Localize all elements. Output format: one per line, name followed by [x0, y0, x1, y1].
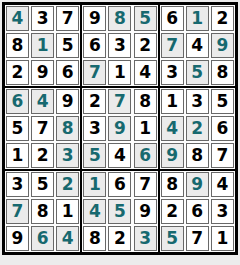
- cell-r5c4[interactable]: 3: [83, 116, 106, 141]
- box-1-2: 985632714: [82, 5, 157, 86]
- cell-r9c9[interactable]: 1: [211, 226, 234, 251]
- cell-r2c2-given: 1: [31, 33, 54, 58]
- cell-r2c8[interactable]: 4: [186, 33, 209, 58]
- cell-r8c6[interactable]: 9: [134, 199, 157, 224]
- cell-r8c3[interactable]: 1: [56, 199, 79, 224]
- cell-r9c6-given: 3: [134, 226, 157, 251]
- box-3-1: 352781964: [5, 171, 80, 252]
- cell-r7c2[interactable]: 5: [31, 172, 54, 197]
- cell-r7c4-given: 1: [83, 172, 106, 197]
- cell-r6c3-given: 3: [56, 143, 79, 168]
- cell-r7c7[interactable]: 8: [161, 172, 184, 197]
- cell-r9c2-given: 6: [31, 226, 54, 251]
- cell-r5c1[interactable]: 5: [6, 116, 29, 141]
- cell-r1c4[interactable]: 9: [83, 6, 106, 31]
- cell-r1c3[interactable]: 7: [56, 6, 79, 31]
- cell-r9c3-given: 4: [56, 226, 79, 251]
- cell-r6c9[interactable]: 7: [211, 143, 234, 168]
- cell-r6c7-given: 9: [161, 143, 184, 168]
- cell-r7c5[interactable]: 6: [108, 172, 131, 197]
- cell-r2c7-given: 7: [161, 33, 184, 58]
- cell-r8c2[interactable]: 8: [31, 199, 54, 224]
- cell-r1c9[interactable]: 2: [211, 6, 234, 31]
- cell-r5c2[interactable]: 7: [31, 116, 54, 141]
- cell-r6c5[interactable]: 4: [108, 143, 131, 168]
- cell-r8c1-given: 7: [6, 199, 29, 224]
- cell-r6c6-given: 6: [134, 143, 157, 168]
- cell-r8c8[interactable]: 6: [186, 199, 209, 224]
- cell-r6c1[interactable]: 1: [6, 143, 29, 168]
- cell-r5c9[interactable]: 6: [211, 116, 234, 141]
- cell-r4c2-given: 4: [31, 89, 54, 114]
- cell-r5c8-given: 2: [186, 116, 209, 141]
- box-1-1: 437815296: [5, 5, 80, 86]
- cell-r9c4[interactable]: 8: [83, 226, 106, 251]
- cell-r5c5-given: 9: [108, 116, 131, 141]
- cell-r1c2[interactable]: 3: [31, 6, 54, 31]
- cell-r4c6[interactable]: 8: [134, 89, 157, 114]
- cell-r3c4-given: 7: [83, 60, 106, 85]
- cell-r7c6[interactable]: 7: [134, 172, 157, 197]
- cell-r7c8-given: 9: [186, 172, 209, 197]
- cell-r3c9[interactable]: 8: [211, 60, 234, 85]
- cell-r2c6[interactable]: 2: [134, 33, 157, 58]
- cell-r8c7[interactable]: 2: [161, 199, 184, 224]
- cell-r2c3[interactable]: 5: [56, 33, 79, 58]
- sudoku-board: 4378152969856327146127493586495781232783…: [2, 2, 238, 255]
- cell-r3c6[interactable]: 4: [134, 60, 157, 85]
- cell-r6c8[interactable]: 8: [186, 143, 209, 168]
- cell-r4c4[interactable]: 2: [83, 89, 106, 114]
- cell-r2c4[interactable]: 6: [83, 33, 106, 58]
- box-1-3: 612749358: [160, 5, 235, 86]
- box-3-2: 167459823: [82, 171, 157, 252]
- cell-r9c1[interactable]: 9: [6, 226, 29, 251]
- cell-r1c7[interactable]: 6: [161, 6, 184, 31]
- cell-r8c9[interactable]: 3: [211, 199, 234, 224]
- cell-r4c9[interactable]: 5: [211, 89, 234, 114]
- cell-r2c5[interactable]: 3: [108, 33, 131, 58]
- cell-r3c1[interactable]: 2: [6, 60, 29, 85]
- cell-r1c6-given: 5: [134, 6, 157, 31]
- cell-r6c4-given: 5: [83, 143, 106, 168]
- cell-r9c7-given: 5: [161, 226, 184, 251]
- cell-r1c1-given: 4: [6, 6, 29, 31]
- cell-r5c3-given: 8: [56, 116, 79, 141]
- cell-r1c5-given: 8: [108, 6, 131, 31]
- cell-r8c4-given: 4: [83, 199, 106, 224]
- cell-r4c3[interactable]: 9: [56, 89, 79, 114]
- cell-r7c9[interactable]: 4: [211, 172, 234, 197]
- cell-r8c5-given: 5: [108, 199, 131, 224]
- box-2-1: 649578123: [5, 88, 80, 169]
- cell-r9c5[interactable]: 2: [108, 226, 131, 251]
- box-3-3: 894263571: [160, 171, 235, 252]
- cell-r1c8-given: 1: [186, 6, 209, 31]
- cell-r7c1[interactable]: 3: [6, 172, 29, 197]
- cell-r7c3-given: 2: [56, 172, 79, 197]
- box-2-2: 278391546: [82, 88, 157, 169]
- cell-r4c5-given: 7: [108, 89, 131, 114]
- cell-r4c8[interactable]: 3: [186, 89, 209, 114]
- cell-r5c7-given: 4: [161, 116, 184, 141]
- cell-r4c7[interactable]: 1: [161, 89, 184, 114]
- box-2-3: 135426987: [160, 88, 235, 169]
- cell-r3c2[interactable]: 9: [31, 60, 54, 85]
- cell-r3c8-given: 5: [186, 60, 209, 85]
- cell-r2c1[interactable]: 8: [6, 33, 29, 58]
- cell-r5c6[interactable]: 1: [134, 116, 157, 141]
- cell-r4c1-given: 6: [6, 89, 29, 114]
- cell-r9c8[interactable]: 7: [186, 226, 209, 251]
- cell-r3c5[interactable]: 1: [108, 60, 131, 85]
- cell-r2c9-given: 9: [211, 33, 234, 58]
- cell-r3c3[interactable]: 6: [56, 60, 79, 85]
- cell-r3c7[interactable]: 3: [161, 60, 184, 85]
- cell-r6c2[interactable]: 2: [31, 143, 54, 168]
